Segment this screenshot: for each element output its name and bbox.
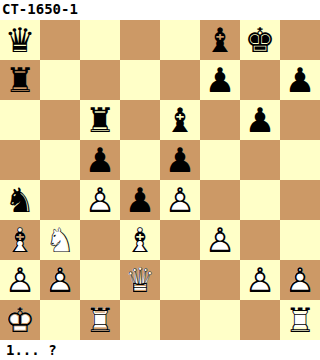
square-c8[interactable]: [80, 20, 120, 60]
square-h4[interactable]: [280, 180, 320, 220]
square-e8[interactable]: [160, 20, 200, 60]
square-a6[interactable]: [0, 100, 40, 140]
square-b3[interactable]: ♞♘: [40, 220, 80, 260]
black-rook: ♜: [80, 100, 120, 140]
square-g8[interactable]: ♚: [240, 20, 280, 60]
white-pawn: ♟♙: [40, 260, 80, 300]
square-a1[interactable]: ♚♔: [0, 300, 40, 340]
square-a4[interactable]: ♞: [0, 180, 40, 220]
square-d8[interactable]: [120, 20, 160, 60]
square-f4[interactable]: [200, 180, 240, 220]
puzzle-title: CT-1650-1: [0, 0, 320, 20]
square-f3[interactable]: ♟♙: [200, 220, 240, 260]
square-d5[interactable]: [120, 140, 160, 180]
black-queen: ♛: [0, 20, 40, 60]
square-a8[interactable]: ♛: [0, 20, 40, 60]
white-pawn: ♟♙: [280, 260, 320, 300]
black-knight: ♞: [0, 180, 40, 220]
square-c6[interactable]: ♜: [80, 100, 120, 140]
square-h1[interactable]: ♜♖: [280, 300, 320, 340]
square-c7[interactable]: [80, 60, 120, 100]
black-pawn: ♟: [280, 60, 320, 100]
square-h2[interactable]: ♟♙: [280, 260, 320, 300]
square-c2[interactable]: [80, 260, 120, 300]
white-rook: ♜♖: [80, 300, 120, 340]
black-king: ♚: [240, 20, 280, 60]
square-e1[interactable]: [160, 300, 200, 340]
white-pawn: ♟♙: [240, 260, 280, 300]
square-h8[interactable]: [280, 20, 320, 60]
square-h5[interactable]: [280, 140, 320, 180]
square-a5[interactable]: [0, 140, 40, 180]
square-d7[interactable]: [120, 60, 160, 100]
black-bishop: ♝: [160, 100, 200, 140]
square-e7[interactable]: [160, 60, 200, 100]
square-a3[interactable]: ♝♗: [0, 220, 40, 260]
square-a7[interactable]: ♜: [0, 60, 40, 100]
square-f2[interactable]: [200, 260, 240, 300]
square-d2[interactable]: ♛♕: [120, 260, 160, 300]
white-pawn: ♟♙: [0, 260, 40, 300]
square-c1[interactable]: ♜♖: [80, 300, 120, 340]
square-g6[interactable]: ♟: [240, 100, 280, 140]
black-pawn: ♟: [120, 180, 160, 220]
black-pawn: ♟: [240, 100, 280, 140]
chess-board: ♛♝♚♜♟♟♜♝♟♟♟♞♟♙♟♟♙♝♗♞♘♝♗♟♙♟♙♟♙♛♕♟♙♟♙♚♔♜♖♜…: [0, 20, 320, 340]
square-g2[interactable]: ♟♙: [240, 260, 280, 300]
square-c5[interactable]: ♟: [80, 140, 120, 180]
square-b8[interactable]: [40, 20, 80, 60]
square-e6[interactable]: ♝: [160, 100, 200, 140]
square-h7[interactable]: ♟: [280, 60, 320, 100]
square-c3[interactable]: [80, 220, 120, 260]
square-f1[interactable]: [200, 300, 240, 340]
square-b1[interactable]: [40, 300, 80, 340]
square-f8[interactable]: ♝: [200, 20, 240, 60]
square-e2[interactable]: [160, 260, 200, 300]
white-pawn: ♟♙: [200, 220, 240, 260]
square-g3[interactable]: [240, 220, 280, 260]
square-b4[interactable]: [40, 180, 80, 220]
square-b5[interactable]: [40, 140, 80, 180]
black-pawn: ♟: [80, 140, 120, 180]
square-b7[interactable]: [40, 60, 80, 100]
square-g1[interactable]: [240, 300, 280, 340]
square-b2[interactable]: ♟♙: [40, 260, 80, 300]
square-h3[interactable]: [280, 220, 320, 260]
square-d6[interactable]: [120, 100, 160, 140]
move-prompt: 1... ?: [0, 340, 320, 360]
square-d1[interactable]: [120, 300, 160, 340]
white-pawn: ♟♙: [160, 180, 200, 220]
square-e5[interactable]: ♟: [160, 140, 200, 180]
black-bishop: ♝: [200, 20, 240, 60]
chess-puzzle-window: CT-1650-1 ♛♝♚♜♟♟♜♝♟♟♟♞♟♙♟♟♙♝♗♞♘♝♗♟♙♟♙♟♙♛…: [0, 0, 320, 360]
square-e4[interactable]: ♟♙: [160, 180, 200, 220]
white-queen: ♛♕: [120, 260, 160, 300]
white-king: ♚♔: [0, 300, 40, 340]
white-rook: ♜♖: [280, 300, 320, 340]
square-b6[interactable]: [40, 100, 80, 140]
square-g7[interactable]: [240, 60, 280, 100]
black-pawn: ♟: [200, 60, 240, 100]
black-pawn: ♟: [160, 140, 200, 180]
white-knight: ♞♘: [40, 220, 80, 260]
square-h6[interactable]: [280, 100, 320, 140]
white-bishop: ♝♗: [0, 220, 40, 260]
square-e3[interactable]: [160, 220, 200, 260]
square-c4[interactable]: ♟♙: [80, 180, 120, 220]
square-d3[interactable]: ♝♗: [120, 220, 160, 260]
square-f7[interactable]: ♟: [200, 60, 240, 100]
square-a2[interactable]: ♟♙: [0, 260, 40, 300]
white-bishop: ♝♗: [120, 220, 160, 260]
square-f5[interactable]: [200, 140, 240, 180]
square-d4[interactable]: ♟: [120, 180, 160, 220]
square-f6[interactable]: [200, 100, 240, 140]
square-g4[interactable]: [240, 180, 280, 220]
white-pawn: ♟♙: [80, 180, 120, 220]
black-rook: ♜: [0, 60, 40, 100]
square-g5[interactable]: [240, 140, 280, 180]
